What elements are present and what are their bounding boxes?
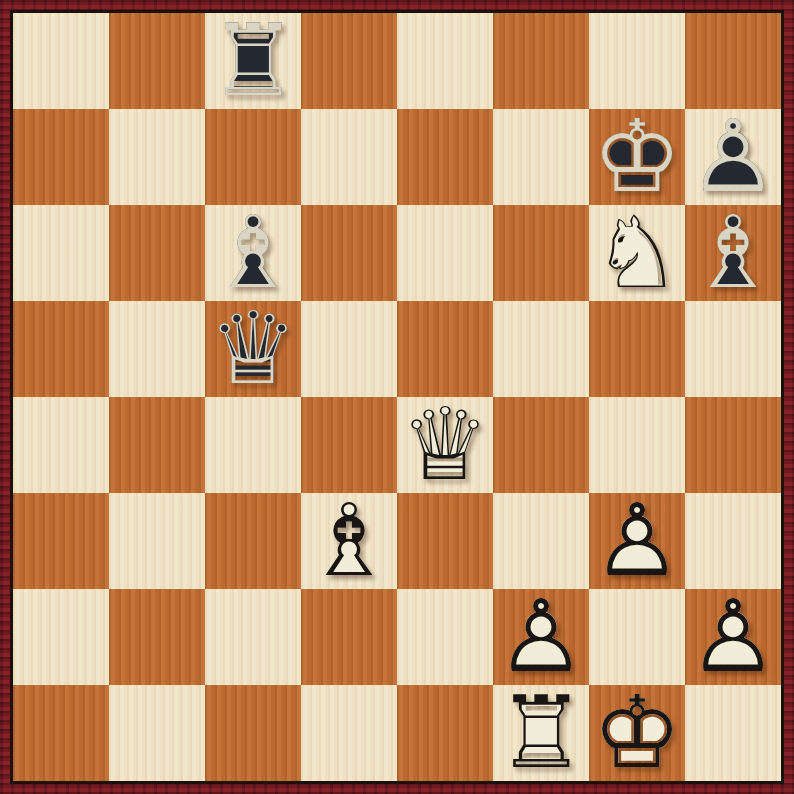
square-g4[interactable] — [589, 397, 685, 493]
piece-outline: ♗ — [685, 205, 781, 301]
square-b1[interactable] — [109, 685, 205, 781]
board-frame: ♜♖♚♔♟♙♝♗♞♘♝♗♛♕♛♕♝♗♟♙♟♙♟♙♜♖♚♔ — [0, 0, 794, 794]
square-c8[interactable]: ♜♖ — [205, 13, 301, 109]
square-d5[interactable] — [301, 301, 397, 397]
piece-outline: ♙ — [493, 589, 589, 685]
piece-outline: ♖ — [205, 13, 301, 109]
square-h8[interactable] — [685, 13, 781, 109]
square-h6[interactable]: ♝♗ — [685, 205, 781, 301]
square-f6[interactable] — [493, 205, 589, 301]
square-e6[interactable] — [397, 205, 493, 301]
square-c7[interactable] — [205, 109, 301, 205]
square-c5[interactable]: ♛♕ — [205, 301, 301, 397]
piece-outline: ♙ — [589, 493, 685, 589]
square-f5[interactable] — [493, 301, 589, 397]
square-b2[interactable] — [109, 589, 205, 685]
square-f4[interactable] — [493, 397, 589, 493]
square-c6[interactable]: ♝♗ — [205, 205, 301, 301]
piece-outline: ♖ — [493, 685, 589, 781]
square-h5[interactable] — [685, 301, 781, 397]
square-c2[interactable] — [205, 589, 301, 685]
square-b5[interactable] — [109, 301, 205, 397]
square-g8[interactable] — [589, 13, 685, 109]
white-queen-icon: ♛♕ — [397, 397, 493, 493]
square-a4[interactable] — [13, 397, 109, 493]
square-a3[interactable] — [13, 493, 109, 589]
square-d6[interactable] — [301, 205, 397, 301]
piece-outline: ♗ — [301, 493, 397, 589]
square-f3[interactable] — [493, 493, 589, 589]
square-a5[interactable] — [13, 301, 109, 397]
white-pawn-icon: ♟♙ — [589, 493, 685, 589]
piece-outline: ♕ — [205, 301, 301, 397]
square-f8[interactable] — [493, 13, 589, 109]
square-a1[interactable] — [13, 685, 109, 781]
square-g1[interactable]: ♚♔ — [589, 685, 685, 781]
square-e5[interactable] — [397, 301, 493, 397]
piece-outline: ♙ — [685, 589, 781, 685]
white-bishop-icon: ♝♗ — [301, 493, 397, 589]
piece-outline: ♔ — [589, 685, 685, 781]
white-king-icon: ♚♔ — [589, 685, 685, 781]
square-b6[interactable] — [109, 205, 205, 301]
square-d3[interactable]: ♝♗ — [301, 493, 397, 589]
square-b3[interactable] — [109, 493, 205, 589]
white-pawn-icon: ♟♙ — [493, 589, 589, 685]
square-e4[interactable]: ♛♕ — [397, 397, 493, 493]
square-e8[interactable] — [397, 13, 493, 109]
square-e1[interactable] — [397, 685, 493, 781]
white-knight-icon: ♞♘ — [589, 205, 685, 301]
black-rook-icon: ♜♖ — [205, 13, 301, 109]
square-b4[interactable] — [109, 397, 205, 493]
square-d4[interactable] — [301, 397, 397, 493]
square-a7[interactable] — [13, 109, 109, 205]
square-d8[interactable] — [301, 13, 397, 109]
square-c3[interactable] — [205, 493, 301, 589]
piece-outline: ♔ — [589, 109, 685, 205]
square-d1[interactable] — [301, 685, 397, 781]
square-b8[interactable] — [109, 13, 205, 109]
square-a6[interactable] — [13, 205, 109, 301]
square-e2[interactable] — [397, 589, 493, 685]
square-c4[interactable] — [205, 397, 301, 493]
black-pawn-icon: ♟♙ — [685, 109, 781, 205]
square-e7[interactable] — [397, 109, 493, 205]
square-g7[interactable]: ♚♔ — [589, 109, 685, 205]
black-king-icon: ♚♔ — [589, 109, 685, 205]
square-d7[interactable] — [301, 109, 397, 205]
square-e3[interactable] — [397, 493, 493, 589]
square-g3[interactable]: ♟♙ — [589, 493, 685, 589]
square-h2[interactable]: ♟♙ — [685, 589, 781, 685]
square-f2[interactable]: ♟♙ — [493, 589, 589, 685]
square-h3[interactable] — [685, 493, 781, 589]
square-h7[interactable]: ♟♙ — [685, 109, 781, 205]
square-g6[interactable]: ♞♘ — [589, 205, 685, 301]
square-a2[interactable] — [13, 589, 109, 685]
square-b7[interactable] — [109, 109, 205, 205]
piece-outline: ♗ — [205, 205, 301, 301]
chess-board: ♜♖♚♔♟♙♝♗♞♘♝♗♛♕♛♕♝♗♟♙♟♙♟♙♜♖♚♔ — [13, 13, 781, 781]
piece-outline: ♕ — [397, 397, 493, 493]
black-queen-icon: ♛♕ — [205, 301, 301, 397]
piece-outline: ♘ — [589, 205, 685, 301]
square-g5[interactable] — [589, 301, 685, 397]
board-inner-edge: ♜♖♚♔♟♙♝♗♞♘♝♗♛♕♛♕♝♗♟♙♟♙♟♙♜♖♚♔ — [10, 10, 784, 784]
square-c1[interactable] — [205, 685, 301, 781]
square-f7[interactable] — [493, 109, 589, 205]
black-bishop-icon: ♝♗ — [685, 205, 781, 301]
square-h4[interactable] — [685, 397, 781, 493]
white-pawn-icon: ♟♙ — [685, 589, 781, 685]
square-f1[interactable]: ♜♖ — [493, 685, 589, 781]
black-bishop-icon: ♝♗ — [205, 205, 301, 301]
square-a8[interactable] — [13, 13, 109, 109]
square-d2[interactable] — [301, 589, 397, 685]
square-g2[interactable] — [589, 589, 685, 685]
piece-outline: ♙ — [685, 109, 781, 205]
square-h1[interactable] — [685, 685, 781, 781]
white-rook-icon: ♜♖ — [493, 685, 589, 781]
